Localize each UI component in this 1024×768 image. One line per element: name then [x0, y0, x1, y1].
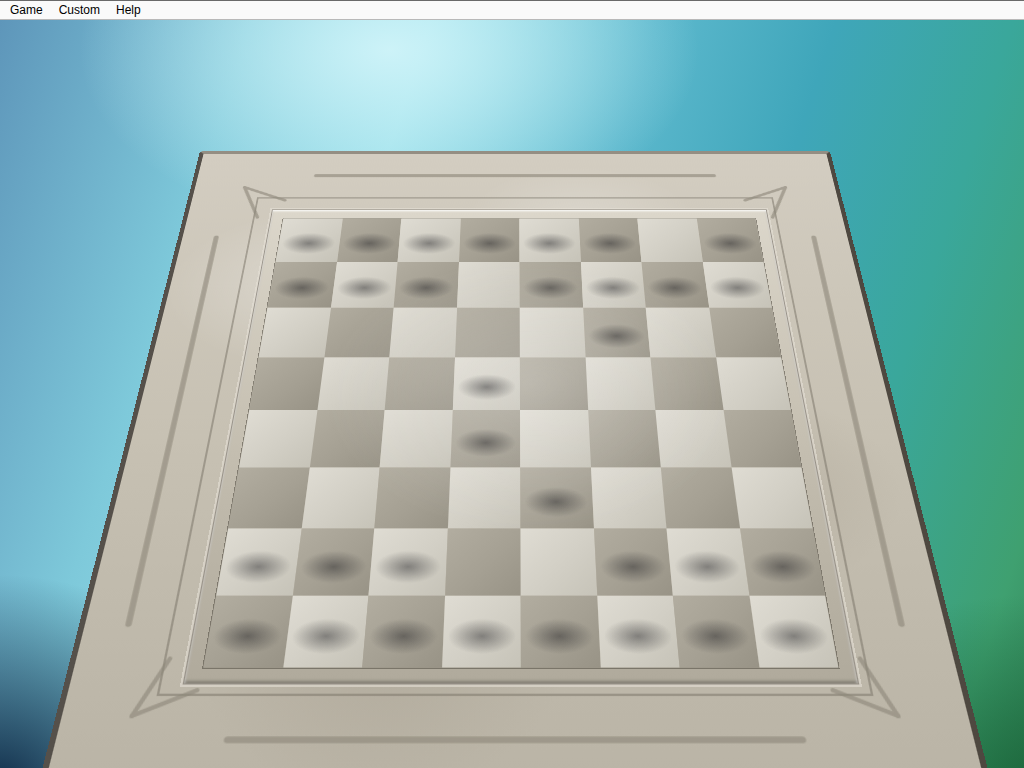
square-h7[interactable]: ♟♟ [702, 262, 771, 308]
square-c7[interactable]: ♟♟ [394, 262, 459, 308]
square-f4[interactable] [588, 410, 661, 467]
square-g1[interactable]: ♞♞ [673, 595, 759, 667]
square-b7[interactable]: ♟♟ [331, 262, 398, 308]
square-b1[interactable]: ♞♞ [283, 595, 369, 667]
square-h6[interactable] [709, 308, 781, 357]
square-a7[interactable]: ♟♟ [267, 262, 336, 308]
square-d4[interactable]: ♟♟ [450, 410, 520, 467]
scene-3d-background: ♜♜♞♞♝♝♛♛♚♚♝♝♜♜♟♟♟♟♟♟♟♟♟♟♟♟♟♟♞♞♟♟♟♟♟♟♟♟♟♟… [0, 20, 1024, 768]
square-h3[interactable] [731, 467, 813, 529]
square-b4[interactable] [309, 410, 384, 467]
square-c4[interactable] [380, 410, 453, 467]
square-a1[interactable]: ♜♜ [203, 595, 292, 667]
square-c6[interactable] [389, 308, 456, 357]
square-b3[interactable] [301, 467, 379, 529]
square-e4[interactable] [520, 410, 590, 467]
square-g4[interactable] [655, 410, 731, 467]
square-f6[interactable]: ♞♞ [583, 308, 651, 357]
menu-bar: Game Custom Help [0, 0, 1024, 20]
square-c3[interactable] [374, 467, 450, 529]
square-h1[interactable]: ♜♜ [749, 595, 838, 667]
square-f3[interactable] [590, 467, 666, 529]
piece-reflection: ♞ [584, 334, 652, 378]
app-window: Game Custom Help [0, 0, 1024, 768]
menu-custom[interactable]: Custom [51, 1, 108, 19]
square-b6[interactable] [324, 308, 394, 357]
square-d3[interactable] [447, 467, 520, 529]
board-frame: ♜♜♞♞♝♝♛♛♚♚♝♝♜♜♟♟♟♟♟♟♟♟♟♟♟♟♟♟♞♞♟♟♟♟♟♟♟♟♟♟… [184, 210, 858, 683]
chess-board: ♜♜♞♞♝♝♛♛♚♚♝♝♜♜♟♟♟♟♟♟♟♟♟♟♟♟♟♟♞♞♟♟♟♟♟♟♟♟♟♟… [203, 219, 838, 668]
square-a6[interactable] [259, 308, 331, 357]
square-h4[interactable] [723, 410, 801, 467]
square-f1[interactable]: ♝♝ [597, 595, 680, 667]
square-a3[interactable] [228, 467, 309, 529]
menu-help[interactable]: Help [108, 1, 149, 19]
menu-game[interactable]: Game [2, 1, 51, 19]
chess-table: ♜♜♞♞♝♝♛♛♚♚♝♝♜♜♟♟♟♟♟♟♟♟♟♟♟♟♟♟♞♞♟♟♟♟♟♟♟♟♟♟… [36, 151, 994, 768]
square-e3[interactable]: ♟♟ [520, 467, 593, 529]
square-a4[interactable] [239, 410, 317, 467]
square-g3[interactable] [661, 467, 740, 529]
square-c1[interactable]: ♝♝ [362, 595, 444, 667]
square-e1[interactable]: ♚♚ [521, 595, 601, 667]
piece-reflection: ♟ [520, 499, 594, 554]
